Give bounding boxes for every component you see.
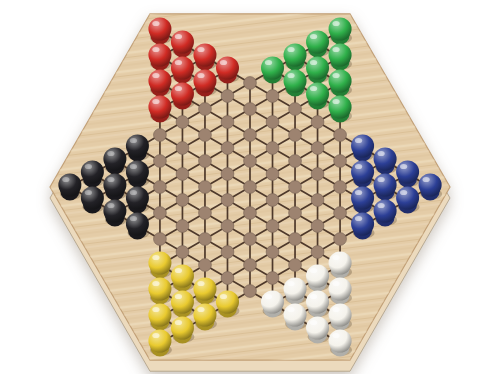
peg-blue[interactable] <box>374 148 398 175</box>
peg-head <box>103 174 126 197</box>
peg-blue[interactable] <box>351 187 375 214</box>
peg-head <box>329 70 352 93</box>
hole[interactable] <box>154 207 167 220</box>
peg-head <box>329 252 352 275</box>
peg-red[interactable] <box>148 70 172 97</box>
peg-blue[interactable] <box>351 161 375 188</box>
hole[interactable] <box>199 155 212 168</box>
peg-head <box>193 278 216 301</box>
peg-highlight <box>400 164 407 169</box>
peg-highlight <box>355 216 362 221</box>
hole[interactable] <box>266 272 279 285</box>
hole[interactable] <box>311 168 324 181</box>
hole[interactable] <box>244 181 257 194</box>
peg-yellow[interactable] <box>216 291 240 318</box>
peg-highlight <box>130 164 137 169</box>
peg-head <box>216 291 239 314</box>
peg-green[interactable] <box>261 57 285 84</box>
hole[interactable] <box>244 207 257 220</box>
peg-highlight <box>332 281 339 286</box>
peg-highlight <box>332 333 339 338</box>
hole[interactable] <box>199 207 212 220</box>
peg-highlight <box>175 34 182 39</box>
peg-highlight <box>332 307 339 312</box>
hole[interactable] <box>176 246 189 259</box>
hole[interactable] <box>154 155 167 168</box>
peg-highlight <box>265 60 272 65</box>
peg-head <box>81 161 104 184</box>
peg-head <box>329 18 352 41</box>
peg-highlight <box>287 281 294 286</box>
peg-head <box>171 317 194 340</box>
peg-highlight <box>175 268 182 273</box>
peg-highlight <box>332 47 339 52</box>
peg-head <box>306 83 329 106</box>
peg-green[interactable] <box>306 83 330 110</box>
peg-head <box>126 213 149 236</box>
peg-black[interactable] <box>126 213 150 240</box>
hole[interactable] <box>289 129 302 142</box>
peg-red[interactable] <box>193 44 217 71</box>
peg-head <box>396 187 419 210</box>
peg-head <box>419 174 442 197</box>
peg-highlight <box>152 333 159 338</box>
peg-yellow[interactable] <box>171 291 195 318</box>
peg-black[interactable] <box>103 200 127 227</box>
peg-highlight <box>197 47 204 52</box>
peg-highlight <box>175 60 182 65</box>
hole[interactable] <box>221 116 234 129</box>
hole[interactable] <box>334 155 347 168</box>
peg-highlight <box>220 60 227 65</box>
peg-highlight <box>332 255 339 260</box>
hole[interactable] <box>154 233 167 246</box>
peg-head <box>329 330 352 353</box>
peg-highlight <box>287 307 294 312</box>
peg-head <box>351 187 374 210</box>
peg-red[interactable] <box>148 18 172 45</box>
peg-highlight <box>130 138 137 143</box>
peg-red[interactable] <box>216 57 240 84</box>
peg-black[interactable] <box>81 161 105 188</box>
peg-yellow[interactable] <box>171 265 195 292</box>
peg-head <box>171 57 194 80</box>
hole[interactable] <box>154 129 167 142</box>
peg-red[interactable] <box>148 44 172 71</box>
peg-highlight <box>355 138 362 143</box>
peg-highlight <box>62 177 69 182</box>
peg-black[interactable] <box>126 187 150 214</box>
peg-highlight <box>400 190 407 195</box>
peg-highlight <box>423 177 430 182</box>
peg-white[interactable] <box>329 278 353 305</box>
peg-head <box>374 174 397 197</box>
hole[interactable] <box>289 181 302 194</box>
peg-highlight <box>152 255 159 260</box>
peg-red[interactable] <box>171 83 195 110</box>
hole[interactable] <box>289 155 302 168</box>
hole[interactable] <box>334 233 347 246</box>
peg-white[interactable] <box>284 304 308 331</box>
peg-head <box>374 200 397 223</box>
peg-highlight <box>197 281 204 286</box>
peg-head <box>216 57 239 80</box>
peg-highlight <box>130 216 137 221</box>
peg-highlight <box>310 34 317 39</box>
hole[interactable] <box>176 142 189 155</box>
peg-highlight <box>107 177 114 182</box>
peg-white[interactable] <box>306 291 330 318</box>
hole[interactable] <box>154 181 167 194</box>
peg-head <box>126 161 149 184</box>
peg-head <box>306 31 329 54</box>
hole[interactable] <box>266 116 279 129</box>
peg-highlight <box>152 73 159 78</box>
peg-head <box>103 148 126 171</box>
hole[interactable] <box>334 207 347 220</box>
peg-highlight <box>152 21 159 26</box>
peg-head <box>351 161 374 184</box>
hole[interactable] <box>244 233 257 246</box>
hole[interactable] <box>311 220 324 233</box>
peg-white[interactable] <box>284 278 308 305</box>
hole[interactable] <box>311 142 324 155</box>
peg-head <box>284 278 307 301</box>
peg-highlight <box>377 177 384 182</box>
peg-white[interactable] <box>261 291 285 318</box>
hole[interactable] <box>244 259 257 272</box>
hole[interactable] <box>289 207 302 220</box>
hole[interactable] <box>289 233 302 246</box>
peg-head <box>148 304 171 327</box>
peg-black[interactable] <box>103 148 127 175</box>
hole[interactable] <box>199 181 212 194</box>
peg-red[interactable] <box>193 70 217 97</box>
hole[interactable] <box>221 220 234 233</box>
peg-head <box>351 135 374 158</box>
peg-red[interactable] <box>148 96 172 123</box>
peg-blue[interactable] <box>419 174 443 201</box>
hole[interactable] <box>221 194 234 207</box>
peg-highlight <box>152 307 159 312</box>
peg-white[interactable] <box>329 304 353 331</box>
peg-head <box>261 291 284 314</box>
peg-black[interactable] <box>126 161 150 188</box>
hole[interactable] <box>266 142 279 155</box>
peg-yellow[interactable] <box>193 278 217 305</box>
hole[interactable] <box>266 168 279 181</box>
peg-blue[interactable] <box>374 174 398 201</box>
hole[interactable] <box>289 103 302 116</box>
hole[interactable] <box>176 168 189 181</box>
peg-green[interactable] <box>284 44 308 71</box>
peg-head <box>148 18 171 41</box>
peg-head <box>193 70 216 93</box>
peg-head <box>284 70 307 93</box>
hole[interactable] <box>244 77 257 90</box>
peg-highlight <box>332 73 339 78</box>
peg-white[interactable] <box>329 252 353 279</box>
peg-highlight <box>85 190 92 195</box>
hole[interactable] <box>221 142 234 155</box>
peg-head <box>58 174 81 197</box>
hole[interactable] <box>311 116 324 129</box>
peg-highlight <box>287 73 294 78</box>
peg-highlight <box>377 203 384 208</box>
peg-highlight <box>377 151 384 156</box>
peg-head <box>351 213 374 236</box>
peg-head <box>103 200 126 223</box>
peg-head <box>306 291 329 314</box>
hole[interactable] <box>334 129 347 142</box>
peg-head <box>148 44 171 67</box>
peg-yellow[interactable] <box>148 278 172 305</box>
peg-highlight <box>107 203 114 208</box>
peg-red[interactable] <box>171 57 195 84</box>
peg-white[interactable] <box>329 330 353 357</box>
peg-head <box>171 291 194 314</box>
peg-white[interactable] <box>306 317 330 344</box>
peg-green[interactable] <box>329 44 353 71</box>
peg-highlight <box>152 47 159 52</box>
peg-blue[interactable] <box>374 200 398 227</box>
peg-head <box>148 96 171 119</box>
peg-head <box>148 252 171 275</box>
hole[interactable] <box>221 90 234 103</box>
hole[interactable] <box>244 285 257 298</box>
hole[interactable] <box>244 103 257 116</box>
peg-blue[interactable] <box>396 161 420 188</box>
peg-highlight <box>287 47 294 52</box>
peg-head <box>261 57 284 80</box>
peg-head <box>148 70 171 93</box>
peg-green[interactable] <box>284 70 308 97</box>
peg-head <box>284 304 307 327</box>
hole[interactable] <box>199 233 212 246</box>
peg-green[interactable] <box>329 96 353 123</box>
peg-head <box>306 317 329 340</box>
hole[interactable] <box>244 155 257 168</box>
peg-yellow[interactable] <box>171 317 195 344</box>
peg-yellow[interactable] <box>148 304 172 331</box>
peg-highlight <box>310 268 317 273</box>
hole[interactable] <box>199 259 212 272</box>
hole[interactable] <box>311 194 324 207</box>
peg-yellow[interactable] <box>148 330 172 357</box>
hole[interactable] <box>266 90 279 103</box>
peg-blue[interactable] <box>396 187 420 214</box>
peg-head <box>171 83 194 106</box>
peg-black[interactable] <box>81 187 105 214</box>
hole[interactable] <box>266 246 279 259</box>
peg-head <box>306 57 329 80</box>
peg-head <box>374 148 397 171</box>
hole[interactable] <box>176 116 189 129</box>
peg-yellow[interactable] <box>193 304 217 331</box>
peg-black[interactable] <box>103 174 127 201</box>
peg-highlight <box>152 281 159 286</box>
peg-highlight <box>310 60 317 65</box>
peg-highlight <box>152 99 159 104</box>
peg-green[interactable] <box>306 31 330 58</box>
hole[interactable] <box>311 246 324 259</box>
peg-white[interactable] <box>306 265 330 292</box>
peg-highlight <box>130 190 137 195</box>
hole[interactable] <box>266 220 279 233</box>
peg-head <box>329 96 352 119</box>
peg-highlight <box>175 294 182 299</box>
hole[interactable] <box>289 259 302 272</box>
hole[interactable] <box>176 194 189 207</box>
hole[interactable] <box>266 194 279 207</box>
peg-head <box>396 161 419 184</box>
peg-head <box>329 304 352 327</box>
hole[interactable] <box>176 220 189 233</box>
peg-head <box>81 187 104 210</box>
hole[interactable] <box>221 168 234 181</box>
hole[interactable] <box>334 181 347 194</box>
hole[interactable] <box>199 129 212 142</box>
peg-head <box>284 44 307 67</box>
peg-head <box>193 44 216 67</box>
product-photo-scene <box>0 0 500 374</box>
peg-head <box>329 44 352 67</box>
peg-highlight <box>332 99 339 104</box>
peg-yellow[interactable] <box>148 252 172 279</box>
hole[interactable] <box>244 129 257 142</box>
peg-head <box>171 31 194 54</box>
peg-highlight <box>332 21 339 26</box>
peg-highlight <box>220 294 227 299</box>
peg-blue[interactable] <box>351 135 375 162</box>
peg-head <box>306 265 329 288</box>
hole[interactable] <box>221 272 234 285</box>
peg-green[interactable] <box>329 70 353 97</box>
peg-head <box>148 278 171 301</box>
hole[interactable] <box>221 246 234 259</box>
chinese-checkers-board <box>0 0 500 374</box>
peg-highlight <box>265 294 272 299</box>
peg-highlight <box>197 307 204 312</box>
hole[interactable] <box>199 103 212 116</box>
peg-head <box>126 187 149 210</box>
peg-green[interactable] <box>306 57 330 84</box>
peg-highlight <box>310 294 317 299</box>
peg-head <box>193 304 216 327</box>
peg-highlight <box>175 320 182 325</box>
peg-black[interactable] <box>126 135 150 162</box>
peg-highlight <box>355 190 362 195</box>
peg-highlight <box>107 151 114 156</box>
peg-head <box>148 330 171 353</box>
peg-head <box>171 265 194 288</box>
peg-blue[interactable] <box>351 213 375 240</box>
peg-head <box>126 135 149 158</box>
peg-highlight <box>310 86 317 91</box>
peg-red[interactable] <box>171 31 195 58</box>
peg-black[interactable] <box>58 174 82 201</box>
peg-head <box>329 278 352 301</box>
peg-highlight <box>310 320 317 325</box>
peg-green[interactable] <box>329 18 353 45</box>
peg-highlight <box>355 164 362 169</box>
peg-highlight <box>175 86 182 91</box>
peg-highlight <box>197 73 204 78</box>
peg-highlight <box>85 164 92 169</box>
